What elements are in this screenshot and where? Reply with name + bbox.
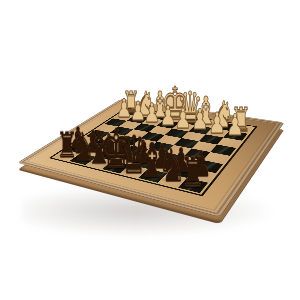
piece-white-pawn-f2[interactable]: ♟ (191, 107, 208, 135)
piece-white-pawn-h2[interactable]: ♟ (226, 112, 244, 142)
piece-black-rook-h8[interactable]: ♜ (180, 152, 205, 194)
piece-white-pawn-e2[interactable]: ♟ (175, 104, 192, 132)
piece-white-pawn-d2[interactable]: ♟ (159, 102, 176, 129)
piece-white-pawn-g2[interactable]: ♟ (208, 109, 226, 138)
chess-set-photo: ♜♞♝♚♛♝♞♜♟♟♟♟♟♟♟♟♟♟♟♟♟♟♟♟♜♞♝♚♛♝♞♜ (0, 0, 300, 300)
